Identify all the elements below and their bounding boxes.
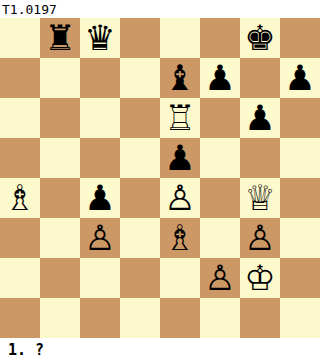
piece-white-bishop: ♗ bbox=[164, 218, 195, 258]
square-e1[interactable] bbox=[160, 298, 200, 338]
piece-black-bishop: ♝ bbox=[164, 58, 195, 98]
square-h7[interactable]: ♟ bbox=[280, 58, 320, 98]
square-e2[interactable] bbox=[160, 258, 200, 298]
square-f1[interactable] bbox=[200, 298, 240, 338]
square-c3[interactable]: ♙ bbox=[80, 218, 120, 258]
puzzle-id-label: T1.0197 bbox=[0, 0, 320, 18]
square-h3[interactable] bbox=[280, 218, 320, 258]
square-d8[interactable] bbox=[120, 18, 160, 58]
square-a3[interactable] bbox=[0, 218, 40, 258]
piece-black-pawn: ♟ bbox=[84, 178, 115, 218]
square-a6[interactable] bbox=[0, 98, 40, 138]
square-g5[interactable] bbox=[240, 138, 280, 178]
square-b4[interactable] bbox=[40, 178, 80, 218]
square-h1[interactable] bbox=[280, 298, 320, 338]
piece-black-rook: ♜ bbox=[44, 18, 75, 58]
square-g6[interactable]: ♟ bbox=[240, 98, 280, 138]
square-d1[interactable] bbox=[120, 298, 160, 338]
square-g8[interactable]: ♚ bbox=[240, 18, 280, 58]
square-d2[interactable] bbox=[120, 258, 160, 298]
piece-black-pawn: ♟ bbox=[204, 58, 235, 98]
square-g2[interactable]: ♔ bbox=[240, 258, 280, 298]
piece-black-pawn: ♟ bbox=[284, 58, 315, 98]
square-e3[interactable]: ♗ bbox=[160, 218, 200, 258]
square-b1[interactable] bbox=[40, 298, 80, 338]
square-a1[interactable] bbox=[0, 298, 40, 338]
move-prompt: 1. ? bbox=[0, 338, 320, 359]
square-e4[interactable]: ♙ bbox=[160, 178, 200, 218]
piece-black-queen: ♛ bbox=[84, 18, 115, 58]
square-f5[interactable] bbox=[200, 138, 240, 178]
square-h5[interactable] bbox=[280, 138, 320, 178]
square-e7[interactable]: ♝ bbox=[160, 58, 200, 98]
square-h2[interactable] bbox=[280, 258, 320, 298]
piece-white-rook: ♖ bbox=[164, 98, 195, 138]
piece-white-pawn: ♙ bbox=[204, 258, 235, 298]
piece-white-bishop: ♗ bbox=[4, 178, 35, 218]
square-d7[interactable] bbox=[120, 58, 160, 98]
piece-black-king: ♚ bbox=[244, 18, 275, 58]
square-b7[interactable] bbox=[40, 58, 80, 98]
square-f3[interactable] bbox=[200, 218, 240, 258]
piece-white-pawn: ♙ bbox=[84, 218, 115, 258]
square-c8[interactable]: ♛ bbox=[80, 18, 120, 58]
piece-white-king: ♔ bbox=[244, 258, 275, 298]
square-f4[interactable] bbox=[200, 178, 240, 218]
square-g7[interactable] bbox=[240, 58, 280, 98]
square-e5[interactable]: ♟ bbox=[160, 138, 200, 178]
square-f2[interactable]: ♙ bbox=[200, 258, 240, 298]
square-a7[interactable] bbox=[0, 58, 40, 98]
square-c1[interactable] bbox=[80, 298, 120, 338]
square-d3[interactable] bbox=[120, 218, 160, 258]
chess-board: ♜♛♚♝♟♟♖♟♟♗♟♙♕♙♗♙♙♔ bbox=[0, 18, 320, 338]
square-c2[interactable] bbox=[80, 258, 120, 298]
square-e6[interactable]: ♖ bbox=[160, 98, 200, 138]
square-a4[interactable]: ♗ bbox=[0, 178, 40, 218]
square-g1[interactable] bbox=[240, 298, 280, 338]
piece-black-pawn: ♟ bbox=[244, 98, 275, 138]
square-f8[interactable] bbox=[200, 18, 240, 58]
square-h8[interactable] bbox=[280, 18, 320, 58]
square-d4[interactable] bbox=[120, 178, 160, 218]
square-b6[interactable] bbox=[40, 98, 80, 138]
square-d6[interactable] bbox=[120, 98, 160, 138]
square-c5[interactable] bbox=[80, 138, 120, 178]
square-a2[interactable] bbox=[0, 258, 40, 298]
square-g4[interactable]: ♕ bbox=[240, 178, 280, 218]
square-b3[interactable] bbox=[40, 218, 80, 258]
square-f7[interactable]: ♟ bbox=[200, 58, 240, 98]
square-b8[interactable]: ♜ bbox=[40, 18, 80, 58]
square-a5[interactable] bbox=[0, 138, 40, 178]
square-c6[interactable] bbox=[80, 98, 120, 138]
square-g3[interactable]: ♙ bbox=[240, 218, 280, 258]
square-b2[interactable] bbox=[40, 258, 80, 298]
square-h6[interactable] bbox=[280, 98, 320, 138]
square-a8[interactable] bbox=[0, 18, 40, 58]
square-h4[interactable] bbox=[280, 178, 320, 218]
square-d5[interactable] bbox=[120, 138, 160, 178]
piece-white-queen: ♕ bbox=[244, 178, 275, 218]
square-c7[interactable] bbox=[80, 58, 120, 98]
square-b5[interactable] bbox=[40, 138, 80, 178]
square-f6[interactable] bbox=[200, 98, 240, 138]
square-e8[interactable] bbox=[160, 18, 200, 58]
piece-white-pawn: ♙ bbox=[164, 178, 195, 218]
piece-white-pawn: ♙ bbox=[244, 218, 275, 258]
piece-black-pawn: ♟ bbox=[164, 138, 195, 178]
square-c4[interactable]: ♟ bbox=[80, 178, 120, 218]
